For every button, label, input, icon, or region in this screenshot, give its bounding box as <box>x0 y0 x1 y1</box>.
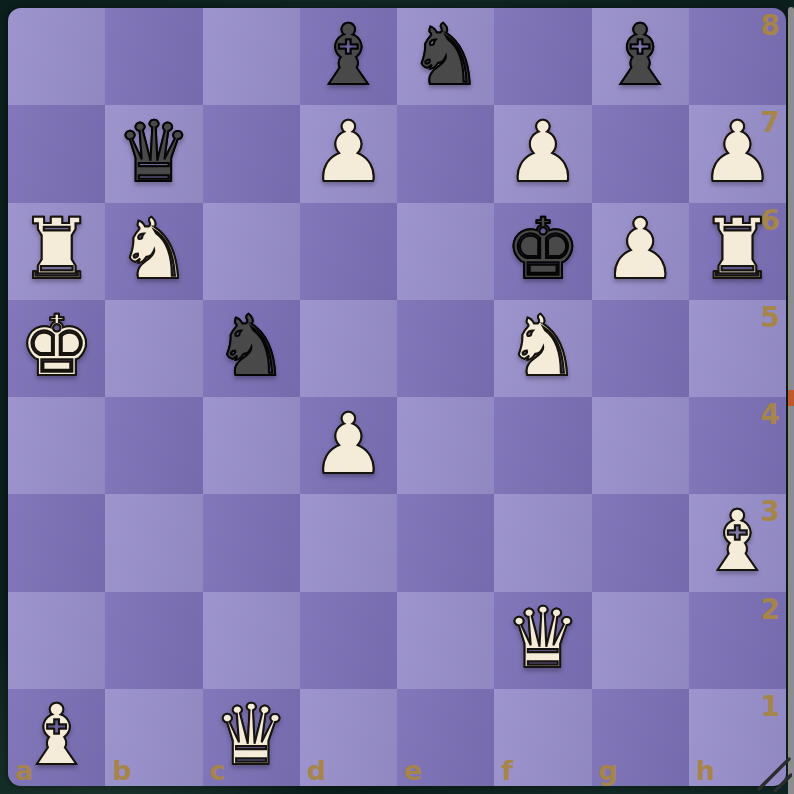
square-h4[interactable] <box>689 397 786 494</box>
piece-white-pawn-h7[interactable]: ♟ <box>700 110 775 194</box>
square-b4[interactable] <box>105 397 202 494</box>
square-e1[interactable] <box>397 689 494 786</box>
square-e8[interactable]: ♞ <box>397 8 494 105</box>
square-d3[interactable] <box>300 494 397 591</box>
square-g7[interactable] <box>592 105 689 202</box>
square-b1[interactable] <box>105 689 202 786</box>
square-g3[interactable] <box>592 494 689 591</box>
square-b8[interactable] <box>105 8 202 105</box>
square-a5[interactable]: ♚ <box>8 300 105 397</box>
square-g1[interactable] <box>592 689 689 786</box>
piece-black-queen-b7[interactable]: ♛ <box>116 110 191 194</box>
square-f6[interactable]: ♚ <box>494 203 591 300</box>
square-e5[interactable] <box>397 300 494 397</box>
square-f7[interactable]: ♟ <box>494 105 591 202</box>
square-b7[interactable]: ♛ <box>105 105 202 202</box>
square-f1[interactable] <box>494 689 591 786</box>
square-c7[interactable] <box>203 105 300 202</box>
square-c2[interactable] <box>203 592 300 689</box>
square-f5[interactable]: ♞ <box>494 300 591 397</box>
square-a7[interactable] <box>8 105 105 202</box>
square-g8[interactable]: ♝ <box>592 8 689 105</box>
square-a2[interactable] <box>8 592 105 689</box>
piece-white-queen-f2[interactable]: ♛ <box>505 596 580 680</box>
square-c6[interactable] <box>203 203 300 300</box>
square-b2[interactable] <box>105 592 202 689</box>
chess-board[interactable]: ♝♞♝♛♟♟♟♜♞♚♟♜♚♞♞♟♝♛♝♛ <box>8 8 786 786</box>
square-e2[interactable] <box>397 592 494 689</box>
square-h2[interactable] <box>689 592 786 689</box>
square-c3[interactable] <box>203 494 300 591</box>
square-e6[interactable] <box>397 203 494 300</box>
square-h7[interactable]: ♟ <box>689 105 786 202</box>
piece-white-pawn-d4[interactable]: ♟ <box>311 402 386 486</box>
piece-white-knight-f5[interactable]: ♞ <box>505 304 580 388</box>
square-g5[interactable] <box>592 300 689 397</box>
piece-white-pawn-f7[interactable]: ♟ <box>505 110 580 194</box>
piece-white-rook-h6[interactable]: ♜ <box>700 207 775 291</box>
square-a8[interactable] <box>8 8 105 105</box>
square-b5[interactable] <box>105 300 202 397</box>
square-a4[interactable] <box>8 397 105 494</box>
square-g2[interactable] <box>592 592 689 689</box>
square-f3[interactable] <box>494 494 591 591</box>
square-f2[interactable]: ♛ <box>494 592 591 689</box>
square-g4[interactable] <box>592 397 689 494</box>
square-h5[interactable] <box>689 300 786 397</box>
piece-white-pawn-d7[interactable]: ♟ <box>311 110 386 194</box>
square-a1[interactable]: ♝ <box>8 689 105 786</box>
square-a6[interactable]: ♜ <box>8 203 105 300</box>
piece-black-knight-c5[interactable]: ♞ <box>213 304 288 388</box>
square-d6[interactable] <box>300 203 397 300</box>
piece-white-pawn-g6[interactable]: ♟ <box>602 207 677 291</box>
square-e7[interactable] <box>397 105 494 202</box>
scrollbar-marker[interactable] <box>788 390 794 406</box>
square-c5[interactable]: ♞ <box>203 300 300 397</box>
square-h3[interactable]: ♝ <box>689 494 786 591</box>
square-c8[interactable] <box>203 8 300 105</box>
square-f8[interactable] <box>494 8 591 105</box>
resize-grip-icon[interactable] <box>756 756 792 792</box>
piece-white-bishop-a1[interactable]: ♝ <box>19 693 94 777</box>
square-d2[interactable] <box>300 592 397 689</box>
square-d1[interactable] <box>300 689 397 786</box>
square-d7[interactable]: ♟ <box>300 105 397 202</box>
piece-black-bishop-d8[interactable]: ♝ <box>311 13 386 97</box>
square-d4[interactable]: ♟ <box>300 397 397 494</box>
square-e3[interactable] <box>397 494 494 591</box>
square-e4[interactable] <box>397 397 494 494</box>
piece-white-knight-b6[interactable]: ♞ <box>116 207 191 291</box>
piece-black-knight-e8[interactable]: ♞ <box>408 13 483 97</box>
square-f4[interactable] <box>494 397 591 494</box>
square-c4[interactable] <box>203 397 300 494</box>
square-b3[interactable] <box>105 494 202 591</box>
piece-white-queen-c1[interactable]: ♛ <box>213 693 288 777</box>
piece-black-king-f6[interactable]: ♚ <box>505 207 580 291</box>
piece-white-rook-a6[interactable]: ♜ <box>19 207 94 291</box>
piece-white-king-a5[interactable]: ♚ <box>19 304 94 388</box>
square-h8[interactable] <box>689 8 786 105</box>
square-g6[interactable]: ♟ <box>592 203 689 300</box>
piece-white-bishop-h3[interactable]: ♝ <box>700 499 775 583</box>
square-c1[interactable]: ♛ <box>203 689 300 786</box>
piece-black-bishop-g8[interactable]: ♝ <box>602 13 677 97</box>
square-b6[interactable]: ♞ <box>105 203 202 300</box>
scrollbar[interactable] <box>788 7 794 794</box>
square-h6[interactable]: ♜ <box>689 203 786 300</box>
square-d5[interactable] <box>300 300 397 397</box>
square-a3[interactable] <box>8 494 105 591</box>
square-d8[interactable]: ♝ <box>300 8 397 105</box>
